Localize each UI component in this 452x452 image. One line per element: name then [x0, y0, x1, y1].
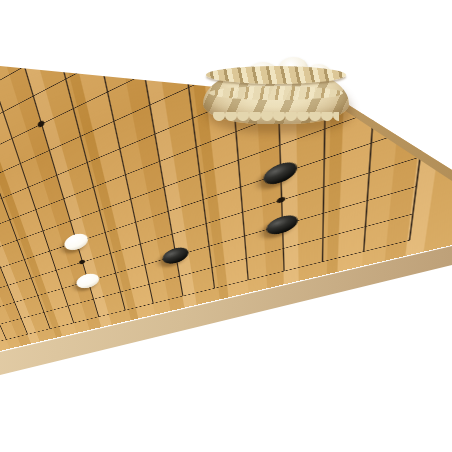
- stone-bowl: [203, 52, 349, 130]
- go-board-photo: [0, 0, 452, 452]
- bowl-rim-braid: [206, 66, 346, 84]
- bowl-mid-braid: [209, 86, 343, 100]
- bowl-fringe: [213, 112, 339, 125]
